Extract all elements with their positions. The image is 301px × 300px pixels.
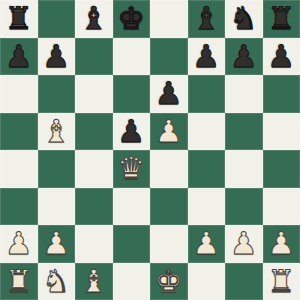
piece-white-pawn[interactable]: ♟ <box>263 225 301 263</box>
square-g4[interactable] <box>225 150 263 188</box>
piece-white-pawn[interactable]: ♟ <box>188 225 226 263</box>
square-b5[interactable]: ♝ <box>38 113 76 151</box>
chess-board: ♜♝♚♝♞♜♟♟♟♟♟♟♝♟♟♛♟♟♟♟♟♜♞♝♚♜ <box>0 0 300 300</box>
square-d5[interactable]: ♟ <box>113 113 151 151</box>
square-b4[interactable] <box>38 150 76 188</box>
square-c2[interactable] <box>75 225 113 263</box>
square-g1[interactable] <box>225 263 263 300</box>
piece-black-rook[interactable]: ♜ <box>0 0 38 38</box>
square-h1[interactable]: ♜ <box>263 263 301 300</box>
square-h8[interactable]: ♜ <box>263 0 301 38</box>
square-e6[interactable]: ♟ <box>150 75 188 113</box>
piece-black-bishop[interactable]: ♝ <box>75 0 113 38</box>
square-b1[interactable]: ♞ <box>38 263 76 300</box>
square-f2[interactable]: ♟ <box>188 225 226 263</box>
square-a7[interactable]: ♟ <box>0 38 38 76</box>
square-d7[interactable] <box>113 38 151 76</box>
square-d4[interactable]: ♛ <box>113 150 151 188</box>
square-e2[interactable] <box>150 225 188 263</box>
square-f3[interactable] <box>188 188 226 226</box>
piece-white-knight[interactable]: ♞ <box>38 263 76 300</box>
square-b8[interactable] <box>38 0 76 38</box>
square-c1[interactable]: ♝ <box>75 263 113 300</box>
piece-white-pawn[interactable]: ♟ <box>38 225 76 263</box>
piece-black-pawn[interactable]: ♟ <box>188 38 226 76</box>
square-e5[interactable]: ♟ <box>150 113 188 151</box>
square-c5[interactable] <box>75 113 113 151</box>
square-h7[interactable]: ♟ <box>263 38 301 76</box>
square-c8[interactable]: ♝ <box>75 0 113 38</box>
square-g2[interactable]: ♟ <box>225 225 263 263</box>
piece-black-rook[interactable]: ♜ <box>263 0 301 38</box>
piece-black-pawn[interactable]: ♟ <box>150 75 188 113</box>
piece-white-king[interactable]: ♚ <box>150 263 188 300</box>
square-a5[interactable] <box>0 113 38 151</box>
square-a6[interactable] <box>0 75 38 113</box>
square-d8[interactable]: ♚ <box>113 0 151 38</box>
square-a3[interactable] <box>0 188 38 226</box>
square-h5[interactable] <box>263 113 301 151</box>
square-h6[interactable] <box>263 75 301 113</box>
piece-white-pawn[interactable]: ♟ <box>225 225 263 263</box>
square-h4[interactable] <box>263 150 301 188</box>
square-f5[interactable] <box>188 113 226 151</box>
chess-board-container: ♜♝♚♝♞♜♟♟♟♟♟♟♝♟♟♛♟♟♟♟♟♜♞♝♚♜ <box>0 0 300 300</box>
square-e4[interactable] <box>150 150 188 188</box>
square-f8[interactable]: ♝ <box>188 0 226 38</box>
piece-white-bishop[interactable]: ♝ <box>38 113 76 151</box>
square-e8[interactable] <box>150 0 188 38</box>
piece-black-pawn[interactable]: ♟ <box>225 38 263 76</box>
square-b3[interactable] <box>38 188 76 226</box>
square-b7[interactable]: ♟ <box>38 38 76 76</box>
square-e7[interactable] <box>150 38 188 76</box>
square-e1[interactable]: ♚ <box>150 263 188 300</box>
square-f4[interactable] <box>188 150 226 188</box>
square-e3[interactable] <box>150 188 188 226</box>
piece-white-queen[interactable]: ♛ <box>113 150 151 188</box>
square-f1[interactable] <box>188 263 226 300</box>
piece-white-pawn[interactable]: ♟ <box>0 225 38 263</box>
piece-black-pawn[interactable]: ♟ <box>38 38 76 76</box>
square-f7[interactable]: ♟ <box>188 38 226 76</box>
square-g6[interactable] <box>225 75 263 113</box>
square-d6[interactable] <box>113 75 151 113</box>
square-d3[interactable] <box>113 188 151 226</box>
square-b2[interactable]: ♟ <box>38 225 76 263</box>
square-g7[interactable]: ♟ <box>225 38 263 76</box>
square-c4[interactable] <box>75 150 113 188</box>
piece-black-pawn[interactable]: ♟ <box>0 38 38 76</box>
square-h2[interactable]: ♟ <box>263 225 301 263</box>
piece-white-rook[interactable]: ♜ <box>0 263 38 300</box>
square-c7[interactable] <box>75 38 113 76</box>
square-a1[interactable]: ♜ <box>0 263 38 300</box>
square-g8[interactable]: ♞ <box>225 0 263 38</box>
piece-black-pawn[interactable]: ♟ <box>263 38 301 76</box>
piece-black-king[interactable]: ♚ <box>113 0 151 38</box>
piece-black-pawn[interactable]: ♟ <box>113 113 151 151</box>
square-d1[interactable] <box>113 263 151 300</box>
piece-white-rook[interactable]: ♜ <box>263 263 301 300</box>
square-c6[interactable] <box>75 75 113 113</box>
square-a2[interactable]: ♟ <box>0 225 38 263</box>
piece-white-bishop[interactable]: ♝ <box>75 263 113 300</box>
square-g3[interactable] <box>225 188 263 226</box>
piece-black-knight[interactable]: ♞ <box>225 0 263 38</box>
square-d2[interactable] <box>113 225 151 263</box>
square-f6[interactable] <box>188 75 226 113</box>
square-a4[interactable] <box>0 150 38 188</box>
square-c3[interactable] <box>75 188 113 226</box>
square-h3[interactable] <box>263 188 301 226</box>
piece-black-bishop[interactable]: ♝ <box>188 0 226 38</box>
square-a8[interactable]: ♜ <box>0 0 38 38</box>
piece-white-pawn[interactable]: ♟ <box>150 113 188 151</box>
square-g5[interactable] <box>225 113 263 151</box>
square-b6[interactable] <box>38 75 76 113</box>
